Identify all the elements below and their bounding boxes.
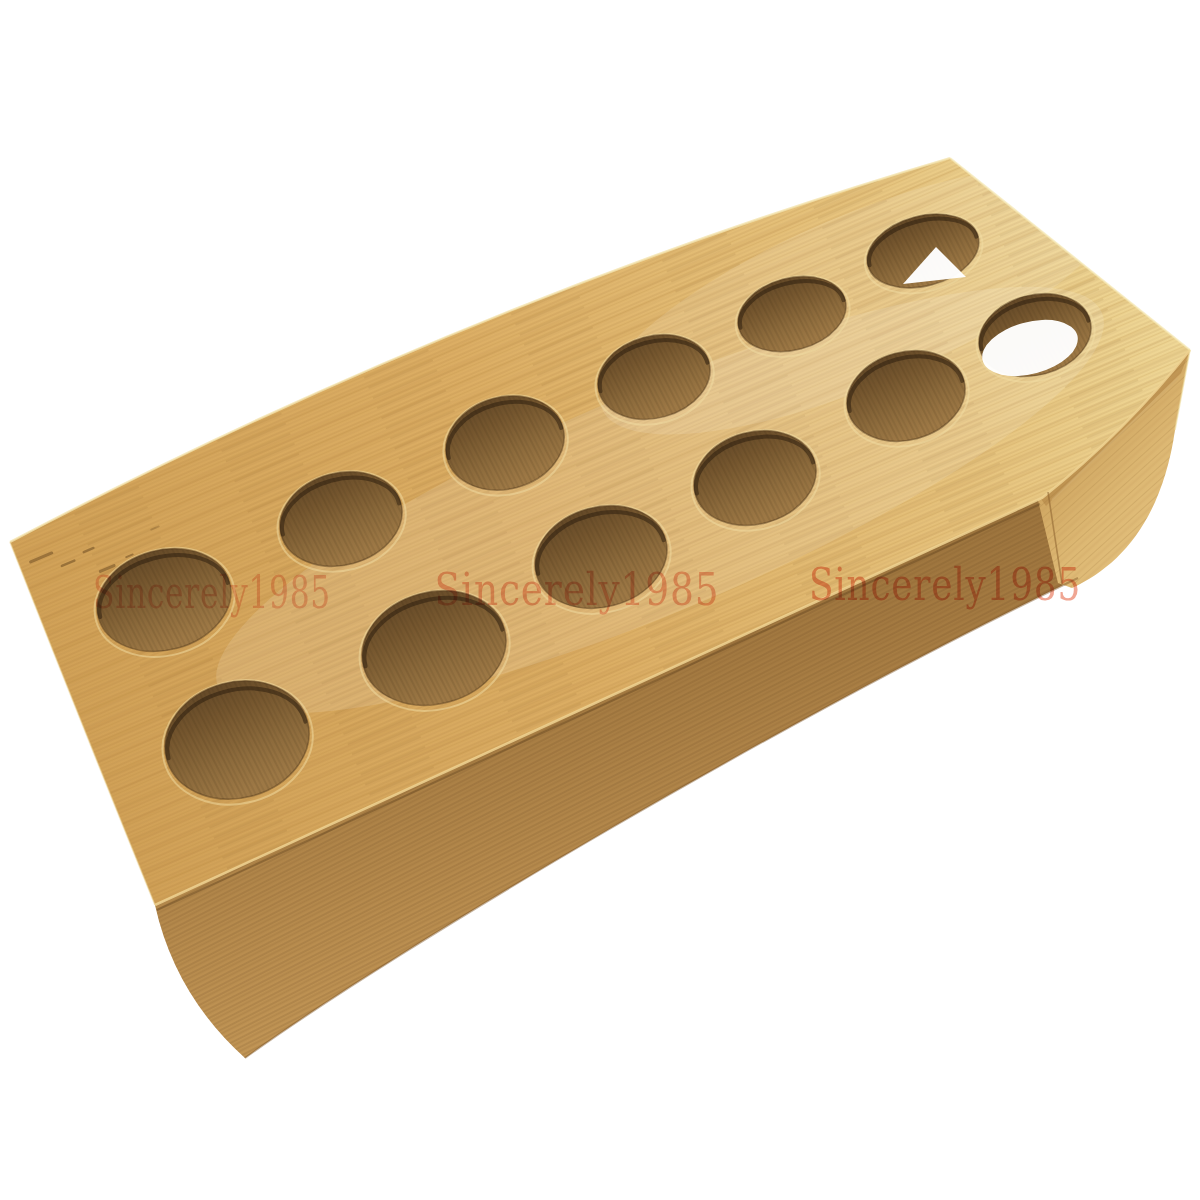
bamboo-block-photo: Sincerely1985 Sincerely1985 Sincerely198…	[0, 0, 1200, 1200]
watermark-text: Sincerely1985	[809, 558, 1081, 611]
watermark-text: Sincerely1985	[93, 566, 331, 619]
watermark-text: Sincerely1985	[435, 563, 720, 616]
product-photo: Sincerely1985 Sincerely1985 Sincerely198…	[0, 0, 1200, 1200]
watermark-band: Sincerely1985 Sincerely1985 Sincerely198…	[93, 558, 1081, 619]
